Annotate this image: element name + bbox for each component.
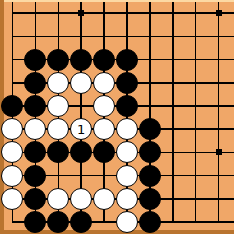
board-point[interactable] <box>24 210 47 233</box>
board-point[interactable] <box>93 141 116 164</box>
board-point[interactable] <box>116 48 139 71</box>
board-point[interactable] <box>93 187 116 210</box>
board-point[interactable] <box>24 71 47 94</box>
board-point[interactable] <box>93 25 116 48</box>
board-point[interactable] <box>184 25 207 48</box>
board-point[interactable] <box>1 118 24 141</box>
board-point[interactable] <box>161 187 184 210</box>
white-stone <box>1 188 23 210</box>
board-point[interactable] <box>1 164 24 187</box>
board-point[interactable] <box>116 71 139 94</box>
board-point[interactable] <box>207 141 230 164</box>
black-stone <box>70 211 92 233</box>
board-point[interactable]: 1 <box>70 118 93 141</box>
board-point[interactable] <box>184 2 207 25</box>
white-stone-move-1: 1 <box>70 118 92 140</box>
board-point[interactable] <box>138 164 161 187</box>
board-surface[interactable]: 1 <box>1 2 230 234</box>
black-stone <box>24 165 46 187</box>
black-stone <box>24 141 46 163</box>
board-point[interactable] <box>70 25 93 48</box>
board-point[interactable] <box>207 164 230 187</box>
white-stone <box>93 72 115 94</box>
board-point[interactable] <box>47 94 70 117</box>
black-stone <box>116 72 138 94</box>
board-point[interactable] <box>138 71 161 94</box>
board-point[interactable] <box>184 48 207 71</box>
board-point[interactable] <box>1 94 24 117</box>
black-stone <box>47 211 69 233</box>
black-stone <box>116 95 138 117</box>
board-point[interactable] <box>207 25 230 48</box>
board-point[interactable] <box>1 141 24 164</box>
board-point[interactable] <box>184 71 207 94</box>
board-point[interactable] <box>184 210 207 233</box>
board-point[interactable] <box>116 2 139 25</box>
board-point[interactable] <box>116 94 139 117</box>
board-point[interactable] <box>70 48 93 71</box>
board-point[interactable] <box>207 94 230 117</box>
black-stone <box>139 165 161 187</box>
board-point[interactable] <box>93 2 116 25</box>
board-point[interactable] <box>24 2 47 25</box>
board-point[interactable] <box>161 118 184 141</box>
board-point[interactable] <box>24 141 47 164</box>
board-point[interactable] <box>184 164 207 187</box>
board-point[interactable] <box>24 25 47 48</box>
black-stone <box>70 49 92 71</box>
board-point[interactable] <box>116 25 139 48</box>
board-point[interactable] <box>93 118 116 141</box>
board-point[interactable] <box>70 164 93 187</box>
board-point[interactable] <box>47 48 70 71</box>
board-point[interactable] <box>116 141 139 164</box>
black-stone <box>139 118 161 140</box>
board-point[interactable] <box>24 118 47 141</box>
black-stone <box>24 188 46 210</box>
white-stone <box>1 165 23 187</box>
white-stone <box>47 72 69 94</box>
board-point[interactable] <box>24 94 47 117</box>
board-point[interactable] <box>70 187 93 210</box>
board-point[interactable] <box>1 187 24 210</box>
white-stone <box>24 118 46 140</box>
board-point[interactable] <box>207 118 230 141</box>
board-point[interactable] <box>47 118 70 141</box>
board-point[interactable] <box>1 25 24 48</box>
move-number-label: 1 <box>77 123 85 136</box>
black-stone <box>116 49 138 71</box>
white-stone <box>1 141 23 163</box>
white-stone <box>93 118 115 140</box>
board-point[interactable] <box>47 187 70 210</box>
black-stone <box>47 141 69 163</box>
board-point[interactable] <box>161 141 184 164</box>
board-point[interactable] <box>207 2 230 25</box>
board-point[interactable] <box>47 71 70 94</box>
board-point[interactable] <box>138 141 161 164</box>
white-stone <box>47 188 69 210</box>
white-stone <box>70 72 92 94</box>
board-point[interactable] <box>138 118 161 141</box>
board-point[interactable] <box>207 210 230 233</box>
board-point[interactable] <box>161 48 184 71</box>
go-board-diagram: 1 <box>0 0 234 234</box>
white-stone <box>116 211 138 233</box>
black-stone <box>24 49 46 71</box>
white-stone <box>93 95 115 117</box>
board-point[interactable] <box>138 210 161 233</box>
white-stone <box>47 118 69 140</box>
board-point[interactable] <box>1 71 24 94</box>
board-point[interactable] <box>93 164 116 187</box>
black-stone <box>93 49 115 71</box>
black-stone <box>139 211 161 233</box>
black-stone <box>139 141 161 163</box>
board-point[interactable] <box>138 2 161 25</box>
white-stone <box>116 188 138 210</box>
board-point[interactable] <box>138 25 161 48</box>
board-point[interactable] <box>47 141 70 164</box>
board-point[interactable] <box>70 210 93 233</box>
board-point[interactable] <box>161 94 184 117</box>
board-point[interactable] <box>47 164 70 187</box>
board-point[interactable] <box>70 94 93 117</box>
white-stone <box>116 165 138 187</box>
board-point[interactable] <box>93 210 116 233</box>
board-point[interactable] <box>93 71 116 94</box>
black-stone <box>47 49 69 71</box>
white-stone <box>116 118 138 140</box>
white-stone <box>47 95 69 117</box>
board-point[interactable] <box>1 48 24 71</box>
black-stone <box>139 188 161 210</box>
board-point[interactable] <box>70 141 93 164</box>
board-point[interactable] <box>161 2 184 25</box>
board-point[interactable] <box>47 210 70 233</box>
board-point[interactable] <box>207 71 230 94</box>
board-point[interactable] <box>184 94 207 117</box>
board-point[interactable] <box>184 118 207 141</box>
black-stone <box>1 95 23 117</box>
white-stone <box>116 141 138 163</box>
board-point[interactable] <box>116 164 139 187</box>
board-point[interactable] <box>24 187 47 210</box>
board-point[interactable] <box>184 141 207 164</box>
board-point[interactable] <box>138 187 161 210</box>
board-point[interactable] <box>70 71 93 94</box>
board-point[interactable] <box>116 210 139 233</box>
board-point[interactable] <box>207 187 230 210</box>
board-point[interactable] <box>116 187 139 210</box>
board-point[interactable] <box>24 48 47 71</box>
black-stone <box>70 141 92 163</box>
board-point[interactable] <box>93 94 116 117</box>
white-stone <box>1 118 23 140</box>
board-point[interactable] <box>1 210 24 233</box>
white-stone <box>93 188 115 210</box>
board-point[interactable] <box>24 164 47 187</box>
board-point[interactable] <box>47 2 70 25</box>
board-point[interactable] <box>184 187 207 210</box>
black-stone <box>24 211 46 233</box>
board-point[interactable] <box>70 2 93 25</box>
board-point[interactable] <box>207 48 230 71</box>
board-point[interactable] <box>47 25 70 48</box>
black-stone <box>93 141 115 163</box>
board-point[interactable] <box>161 210 184 233</box>
black-stone <box>24 72 46 94</box>
white-stone <box>70 188 92 210</box>
board-point[interactable] <box>1 2 24 25</box>
board-point[interactable] <box>161 25 184 48</box>
board-point[interactable] <box>93 48 116 71</box>
board-point[interactable] <box>138 48 161 71</box>
board-point[interactable] <box>161 164 184 187</box>
board-point[interactable] <box>161 71 184 94</box>
board-point[interactable] <box>138 94 161 117</box>
black-stone <box>24 95 46 117</box>
board-point[interactable] <box>116 118 139 141</box>
